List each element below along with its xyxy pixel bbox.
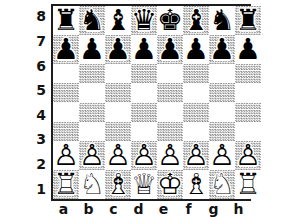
piece-outline-glyph: ♕ xyxy=(131,170,157,199)
piece-white-pawn[interactable]: ♟♙ xyxy=(79,141,105,170)
file-label-b: b xyxy=(76,201,101,217)
file-label-f: f xyxy=(176,201,201,217)
piece-outline-glyph: ♔ xyxy=(157,170,183,199)
file-label-g: g xyxy=(201,201,226,217)
square-a8[interactable]: ♜ xyxy=(53,6,79,35)
piece-outline-glyph: ♗ xyxy=(105,170,131,199)
piece-white-knight[interactable]: ♞♘ xyxy=(79,170,105,199)
rank-label-4: 4 xyxy=(28,103,49,128)
piece-outline-glyph: ♙ xyxy=(235,141,261,170)
square-d6[interactable] xyxy=(131,64,157,83)
piece-white-bishop[interactable]: ♝♗ xyxy=(105,170,131,199)
piece-outline-glyph: ♘ xyxy=(209,170,235,199)
piece-outline-glyph: ♖ xyxy=(235,170,261,199)
square-h5[interactable] xyxy=(235,83,261,102)
square-b2[interactable]: ♟♙ xyxy=(79,141,105,170)
square-e4[interactable] xyxy=(157,103,183,122)
rank-label-5: 5 xyxy=(28,78,49,103)
file-label-h: h xyxy=(226,201,251,217)
piece-black-queen[interactable]: ♛ xyxy=(131,6,157,35)
square-c6[interactable] xyxy=(105,64,131,83)
square-f4[interactable] xyxy=(183,103,209,122)
file-label-c: c xyxy=(101,201,126,217)
rank-label-1: 1 xyxy=(28,176,49,201)
rank-label-8: 8 xyxy=(28,4,49,29)
file-label-a: a xyxy=(51,201,76,217)
square-h4[interactable] xyxy=(235,103,261,122)
chess-board: ♜♞♝♛♚♝♞♜♟♟♟♟♟♟♟♟♟♙♟♙♟♙♟♙♟♙♟♙♟♙♟♙♜♖♞♘♝♗♛♕… xyxy=(51,4,251,201)
piece-white-rook[interactable]: ♜♖ xyxy=(235,170,261,199)
piece-black-pawn[interactable]: ♟ xyxy=(105,35,131,64)
piece-black-knight[interactable]: ♞ xyxy=(79,6,105,35)
piece-outline-glyph: ♙ xyxy=(53,141,79,170)
piece-white-pawn[interactable]: ♟♙ xyxy=(183,141,209,170)
square-d8[interactable]: ♛ xyxy=(131,6,157,35)
square-f8[interactable]: ♝ xyxy=(183,6,209,35)
square-e7[interactable]: ♟ xyxy=(157,35,183,64)
rank-label-7: 7 xyxy=(28,29,49,54)
piece-black-pawn[interactable]: ♟ xyxy=(157,35,183,64)
piece-white-pawn[interactable]: ♟♙ xyxy=(53,141,79,170)
piece-outline-glyph: ♘ xyxy=(79,170,105,199)
piece-silhouette-glyph: ♜ xyxy=(235,6,261,35)
square-b8[interactable]: ♞ xyxy=(79,6,105,35)
piece-silhouette-glyph: ♛ xyxy=(131,6,157,35)
square-a2[interactable]: ♟♙ xyxy=(53,141,79,170)
piece-black-knight[interactable]: ♞ xyxy=(209,6,235,35)
piece-outline-glyph: ♖ xyxy=(53,170,79,199)
square-g7[interactable]: ♟ xyxy=(209,35,235,64)
rank-labels: 87654321 xyxy=(28,4,49,201)
square-f1[interactable]: ♝♗ xyxy=(183,170,209,199)
square-a6[interactable] xyxy=(53,64,79,83)
square-h8[interactable]: ♜ xyxy=(235,6,261,35)
piece-silhouette-glyph: ♜ xyxy=(53,6,79,35)
piece-black-pawn[interactable]: ♟ xyxy=(79,35,105,64)
square-b4[interactable] xyxy=(79,103,105,122)
piece-white-pawn[interactable]: ♟♙ xyxy=(131,141,157,170)
piece-silhouette-glyph: ♟ xyxy=(235,35,261,64)
square-f5[interactable] xyxy=(183,83,209,102)
square-g2[interactable]: ♟♙ xyxy=(209,141,235,170)
square-g5[interactable] xyxy=(209,83,235,102)
square-f7[interactable]: ♟ xyxy=(183,35,209,64)
piece-outline-glyph: ♙ xyxy=(105,141,131,170)
piece-black-pawn[interactable]: ♟ xyxy=(53,35,79,64)
piece-silhouette-glyph: ♟ xyxy=(183,35,209,64)
square-a5[interactable] xyxy=(53,83,79,102)
piece-silhouette-glyph: ♟ xyxy=(53,35,79,64)
piece-black-bishop[interactable]: ♝ xyxy=(105,6,131,35)
piece-black-rook[interactable]: ♜ xyxy=(53,6,79,35)
square-c7[interactable]: ♟ xyxy=(105,35,131,64)
square-b5[interactable] xyxy=(79,83,105,102)
file-label-d: d xyxy=(126,201,151,217)
square-d4[interactable] xyxy=(131,103,157,122)
square-g4[interactable] xyxy=(209,103,235,122)
square-c1[interactable]: ♝♗ xyxy=(105,170,131,199)
piece-black-pawn[interactable]: ♟ xyxy=(235,35,261,64)
piece-outline-glyph: ♙ xyxy=(183,141,209,170)
square-d7[interactable]: ♟ xyxy=(131,35,157,64)
square-g6[interactable] xyxy=(209,64,235,83)
piece-white-queen[interactable]: ♛♕ xyxy=(131,170,157,199)
square-g1[interactable]: ♞♘ xyxy=(209,170,235,199)
piece-outline-glyph: ♙ xyxy=(157,141,183,170)
piece-black-pawn[interactable]: ♟ xyxy=(183,35,209,64)
piece-white-pawn[interactable]: ♟♙ xyxy=(157,141,183,170)
piece-silhouette-glyph: ♟ xyxy=(157,35,183,64)
piece-white-rook[interactable]: ♜♖ xyxy=(53,170,79,199)
piece-silhouette-glyph: ♟ xyxy=(209,35,235,64)
piece-silhouette-glyph: ♟ xyxy=(105,35,131,64)
file-label-e: e xyxy=(151,201,176,217)
file-labels: abcdefgh xyxy=(51,201,251,217)
square-a4[interactable] xyxy=(53,103,79,122)
piece-outline-glyph: ♙ xyxy=(209,141,235,170)
square-f6[interactable] xyxy=(183,64,209,83)
square-e8[interactable]: ♚ xyxy=(157,6,183,35)
piece-black-rook[interactable]: ♜ xyxy=(235,6,261,35)
square-g8[interactable]: ♞ xyxy=(209,6,235,35)
square-a7[interactable]: ♟ xyxy=(53,35,79,64)
piece-silhouette-glyph: ♟ xyxy=(79,35,105,64)
piece-outline-glyph: ♙ xyxy=(131,141,157,170)
rank-label-2: 2 xyxy=(28,152,49,177)
rank-label-3: 3 xyxy=(28,127,49,152)
piece-silhouette-glyph: ♞ xyxy=(209,6,235,35)
chess-diagram: 87654321 ♜♞♝♛♚♝♞♜♟♟♟♟♟♟♟♟♟♙♟♙♟♙♟♙♟♙♟♙♟♙♟… xyxy=(0,0,300,217)
piece-white-knight[interactable]: ♞♘ xyxy=(209,170,235,199)
square-e6[interactable] xyxy=(157,64,183,83)
piece-outline-glyph: ♗ xyxy=(183,170,209,199)
piece-silhouette-glyph: ♞ xyxy=(79,6,105,35)
piece-silhouette-glyph: ♝ xyxy=(183,6,209,35)
square-a1[interactable]: ♜♖ xyxy=(53,170,79,199)
square-f2[interactable]: ♟♙ xyxy=(183,141,209,170)
square-d2[interactable]: ♟♙ xyxy=(131,141,157,170)
square-h7[interactable]: ♟ xyxy=(235,35,261,64)
square-c2[interactable]: ♟♙ xyxy=(105,141,131,170)
piece-white-king[interactable]: ♚♔ xyxy=(157,170,183,199)
piece-silhouette-glyph: ♚ xyxy=(157,6,183,35)
piece-black-pawn[interactable]: ♟ xyxy=(209,35,235,64)
piece-black-king[interactable]: ♚ xyxy=(157,6,183,35)
piece-outline-glyph: ♙ xyxy=(79,141,105,170)
square-c8[interactable]: ♝ xyxy=(105,6,131,35)
square-b7[interactable]: ♟ xyxy=(79,35,105,64)
piece-white-pawn[interactable]: ♟♙ xyxy=(209,141,235,170)
piece-silhouette-glyph: ♟ xyxy=(131,35,157,64)
square-e5[interactable] xyxy=(157,83,183,102)
piece-silhouette-glyph: ♝ xyxy=(105,6,131,35)
square-h2[interactable]: ♟♙ xyxy=(235,141,261,170)
rank-label-6: 6 xyxy=(28,53,49,78)
piece-black-pawn[interactable]: ♟ xyxy=(131,35,157,64)
square-c5[interactable] xyxy=(105,83,131,102)
piece-white-pawn[interactable]: ♟♙ xyxy=(105,141,131,170)
square-h6[interactable] xyxy=(235,64,261,83)
square-b1[interactable]: ♞♘ xyxy=(79,170,105,199)
square-d5[interactable] xyxy=(131,83,157,102)
square-b6[interactable] xyxy=(79,64,105,83)
square-e1[interactable]: ♚♔ xyxy=(157,170,183,199)
square-h1[interactable]: ♜♖ xyxy=(235,170,261,199)
square-c4[interactable] xyxy=(105,103,131,122)
piece-black-bishop[interactable]: ♝ xyxy=(183,6,209,35)
piece-white-pawn[interactable]: ♟♙ xyxy=(235,141,261,170)
square-d1[interactable]: ♛♕ xyxy=(131,170,157,199)
piece-white-bishop[interactable]: ♝♗ xyxy=(183,170,209,199)
square-e2[interactable]: ♟♙ xyxy=(157,141,183,170)
